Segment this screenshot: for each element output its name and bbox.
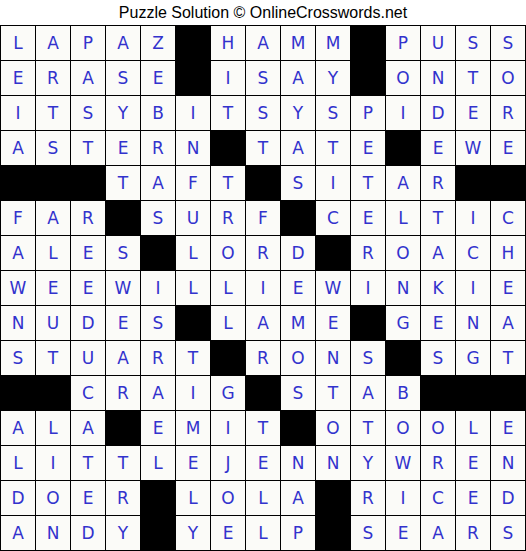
grid-cell[interactable]: E [1,61,35,95]
grid-cell[interactable]: T [351,166,385,200]
grid-cell[interactable]: S [281,376,315,410]
grid-cell[interactable]: N [491,446,525,480]
grid-cell[interactable]: A [71,411,105,445]
grid-cell[interactable]: E [316,306,350,340]
grid-cell[interactable]: L [211,271,245,305]
grid-cell[interactable]: C [491,201,525,235]
grid-cell[interactable]: S [1,341,35,375]
grid-cell[interactable]: J [211,446,245,480]
grid-cell[interactable]: A [1,131,35,165]
grid-cell[interactable]: B [386,376,420,410]
grid-cell[interactable]: T [456,61,490,95]
grid-cell[interactable]: O [491,61,525,95]
grid-cell[interactable]: C [421,481,455,515]
grid-cell[interactable]: M [176,411,210,445]
grid-cell[interactable]: R [421,446,455,480]
grid-cell[interactable]: O [386,61,420,95]
grid-cell[interactable]: W [316,271,350,305]
grid-cell[interactable]: T [71,131,105,165]
grid-cell[interactable]: A [1,411,35,445]
black-cell [36,166,70,200]
grid-cell[interactable]: O [211,481,245,515]
grid-cell[interactable]: E [456,96,490,130]
grid-cell[interactable]: A [281,131,315,165]
grid-cell[interactable]: O [386,236,420,270]
grid-cell[interactable]: E [351,201,385,235]
grid-cell[interactable]: E [421,131,455,165]
grid-cell[interactable]: A [1,236,35,270]
grid-cell[interactable]: T [421,201,455,235]
grid-cell[interactable]: E [176,446,210,480]
grid-cell[interactable]: I [386,96,420,130]
grid-cell[interactable]: I [316,166,350,200]
grid-cell[interactable]: P [386,26,420,60]
grid-cell[interactable]: S [351,516,385,550]
black-cell [211,341,245,375]
grid-cell[interactable]: S [246,96,280,130]
grid-cell[interactable]: S [71,96,105,130]
grid-cell[interactable]: A [281,61,315,95]
grid-cell[interactable]: N [386,271,420,305]
grid-cell[interactable]: E [36,271,70,305]
grid-cell[interactable]: O [211,236,245,270]
grid-cell[interactable]: S [141,201,175,235]
grid-cell[interactable]: S [351,341,385,375]
grid-cell[interactable]: O [36,481,70,515]
grid-cell[interactable]: G [386,306,420,340]
grid-cell[interactable]: T [106,166,140,200]
grid-cell[interactable]: U [71,341,105,375]
grid-cell[interactable]: Y [351,446,385,480]
black-cell [141,516,175,550]
grid-cell[interactable]: A [491,306,525,340]
grid-cell[interactable]: L [176,481,210,515]
grid-cell[interactable]: S [106,61,140,95]
grid-cell[interactable]: N [281,446,315,480]
grid-cell[interactable]: E [141,411,175,445]
grid-cell[interactable]: P [71,26,105,60]
black-cell [386,131,420,165]
grid-cell[interactable]: D [1,481,35,515]
grid-cell[interactable]: R [141,131,175,165]
grid-cell[interactable]: N [421,61,455,95]
grid-cell[interactable]: W [106,271,140,305]
grid-cell[interactable]: G [211,376,245,410]
grid-cell[interactable]: T [351,411,385,445]
grid-cell[interactable]: E [141,61,175,95]
grid-cell[interactable]: T [211,166,245,200]
grid-cell[interactable]: T [316,376,350,410]
grid-cell[interactable]: I [456,271,490,305]
grid-cell[interactable]: E [491,411,525,445]
grid-cell[interactable]: E [456,481,490,515]
grid-cell[interactable]: R [456,516,490,550]
grid-cell[interactable]: I [456,201,490,235]
grid-cell[interactable]: L [176,236,210,270]
grid-cell[interactable]: F [1,201,35,235]
grid-cell[interactable]: I [141,271,175,305]
grid-cell[interactable]: I [246,271,280,305]
grid-cell[interactable]: E [281,271,315,305]
grid-cell[interactable]: N [456,306,490,340]
black-cell [281,411,315,445]
grid-cell[interactable]: A [1,516,35,550]
grid-cell[interactable]: A [106,341,140,375]
grid-cell[interactable]: L [176,271,210,305]
black-cell [421,376,455,410]
grid-cell[interactable]: L [1,26,35,60]
grid-cell[interactable]: A [421,236,455,270]
grid-cell[interactable]: N [176,131,210,165]
grid-cell[interactable]: E [456,446,490,480]
black-cell [491,376,525,410]
grid-cell[interactable]: T [176,341,210,375]
grid-cell[interactable]: E [71,271,105,305]
grid-cell[interactable]: A [36,201,70,235]
grid-cell[interactable]: A [421,516,455,550]
grid-cell[interactable]: W [1,271,35,305]
grid-cell[interactable]: L [246,516,280,550]
grid-cell[interactable]: P [351,96,385,130]
grid-cell[interactable]: S [316,96,350,130]
grid-cell[interactable]: T [36,341,70,375]
grid-cell[interactable]: Y [316,61,350,95]
black-cell [456,166,490,200]
grid-cell[interactable]: R [71,201,105,235]
grid-cell[interactable]: Y [106,516,140,550]
grid-cell[interactable]: E [421,306,455,340]
black-cell [386,341,420,375]
grid-cell[interactable]: D [491,481,525,515]
grid-cell[interactable]: E [106,306,140,340]
grid-cell[interactable]: N [36,516,70,550]
grid-cell[interactable]: A [386,166,420,200]
grid-cell[interactable]: T [211,96,245,130]
grid-cell[interactable]: T [246,131,280,165]
grid-cell[interactable]: R [246,236,280,270]
black-cell [176,26,210,60]
grid-cell[interactable]: N [316,341,350,375]
page-title: Puzzle Solution © OnlineCrosswords.net [0,0,526,25]
grid-cell[interactable]: R [211,201,245,235]
grid-cell[interactable]: I [386,481,420,515]
grid-cell[interactable]: A [71,61,105,95]
grid-cell[interactable]: E [386,516,420,550]
grid-cell[interactable]: I [176,376,210,410]
grid-cell[interactable]: I [36,446,70,480]
black-cell [351,26,385,60]
black-cell [106,201,140,235]
grid-cell[interactable]: F [246,201,280,235]
grid-cell[interactable]: Y [281,96,315,130]
grid-cell[interactable]: G [456,341,490,375]
grid-cell[interactable]: N [1,306,35,340]
grid-cell[interactable]: A [106,26,140,60]
grid-cell[interactable]: R [36,61,70,95]
grid-cell[interactable]: I [176,96,210,130]
black-cell [1,376,35,410]
grid-cell[interactable]: S [456,26,490,60]
grid-cell[interactable]: E [71,236,105,270]
grid-cell[interactable]: A [141,166,175,200]
grid-cell[interactable]: E [351,131,385,165]
grid-cell[interactable]: E [491,271,525,305]
grid-cell[interactable]: A [36,26,70,60]
grid-cell[interactable]: N [316,446,350,480]
grid-cell[interactable]: D [71,306,105,340]
black-cell [71,166,105,200]
grid-cell[interactable]: Y [106,96,140,130]
grid-cell[interactable]: L [36,411,70,445]
black-cell [246,166,280,200]
grid-cell[interactable]: R [491,96,525,130]
black-cell [351,61,385,95]
grid-cell[interactable]: R [246,341,280,375]
grid-cell[interactable]: Z [141,26,175,60]
grid-cell[interactable]: T [316,131,350,165]
grid-cell[interactable]: I [1,96,35,130]
grid-cell[interactable]: C [71,376,105,410]
grid-cell[interactable]: L [36,236,70,270]
grid-cell[interactable]: D [421,96,455,130]
grid-cell[interactable]: S [421,341,455,375]
grid-cell[interactable]: D [281,236,315,270]
grid-cell[interactable]: A [351,376,385,410]
grid-cell[interactable]: T [36,96,70,130]
grid-cell[interactable]: E [491,131,525,165]
grid-cell[interactable]: E [211,516,245,550]
grid-cell[interactable]: R [421,166,455,200]
grid-cell[interactable]: S [141,306,175,340]
grid-cell[interactable]: W [456,131,490,165]
grid-cell[interactable]: E [71,481,105,515]
grid-cell[interactable]: C [316,201,350,235]
black-cell [211,131,245,165]
grid-cell[interactable]: R [141,341,175,375]
grid-cell[interactable]: L [211,306,245,340]
grid-cell[interactable]: H [211,26,245,60]
grid-cell[interactable]: M [281,26,315,60]
grid-cell[interactable]: T [106,446,140,480]
black-cell [141,481,175,515]
grid-cell[interactable]: A [281,481,315,515]
grid-cell[interactable]: U [421,26,455,60]
grid-cell[interactable]: H [491,236,525,270]
grid-cell[interactable]: B [141,96,175,130]
grid-cell[interactable]: C [456,236,490,270]
grid-cell[interactable]: U [176,201,210,235]
grid-cell[interactable]: S [491,26,525,60]
grid-cell[interactable]: R [106,376,140,410]
grid-cell[interactable]: E [106,131,140,165]
grid-cell[interactable]: S [246,61,280,95]
grid-cell[interactable]: O [421,411,455,445]
black-cell [491,166,525,200]
crossword-grid: LAPAZHAMMPUSSERASEISAYONTOITSYBITSYSPIDE… [0,25,526,551]
grid-cell[interactable]: R [106,481,140,515]
grid-cell[interactable]: R [351,481,385,515]
grid-cell[interactable]: E [246,446,280,480]
grid-cell[interactable]: M [281,306,315,340]
grid-cell[interactable]: A [141,376,175,410]
grid-cell[interactable]: U [36,306,70,340]
grid-cell[interactable]: F [176,166,210,200]
grid-cell[interactable]: P [281,516,315,550]
grid-cell[interactable]: A [246,26,280,60]
grid-cell[interactable]: I [211,61,245,95]
black-cell [316,481,350,515]
grid-cell[interactable]: S [36,131,70,165]
black-cell [246,376,280,410]
grid-cell[interactable]: T [71,446,105,480]
grid-cell[interactable]: O [281,341,315,375]
grid-cell[interactable]: D [71,516,105,550]
black-cell [106,411,140,445]
grid-cell[interactable]: O [386,411,420,445]
grid-cell[interactable]: O [316,411,350,445]
black-cell [176,61,210,95]
black-cell [456,376,490,410]
grid-cell[interactable]: W [386,446,420,480]
black-cell [351,306,385,340]
grid-cell[interactable]: I [351,271,385,305]
black-cell [36,376,70,410]
grid-cell[interactable]: I [211,411,245,445]
grid-cell[interactable]: T [491,341,525,375]
black-cell [281,201,315,235]
black-cell [141,236,175,270]
grid-cell[interactable]: R [351,236,385,270]
grid-cell[interactable]: L [386,201,420,235]
grid-cell[interactable]: L [456,411,490,445]
grid-cell[interactable]: S [281,166,315,200]
black-cell [1,166,35,200]
grid-cell[interactable]: S [106,236,140,270]
grid-cell[interactable]: S [491,516,525,550]
grid-cell[interactable]: L [246,481,280,515]
grid-cell[interactable]: L [141,446,175,480]
black-cell [176,306,210,340]
grid-cell[interactable]: K [421,271,455,305]
grid-cell[interactable]: Y [176,516,210,550]
grid-cell[interactable]: A [246,306,280,340]
black-cell [316,236,350,270]
grid-cell[interactable]: L [1,446,35,480]
black-cell [316,516,350,550]
grid-cell[interactable]: T [246,411,280,445]
grid-cell[interactable]: M [316,26,350,60]
